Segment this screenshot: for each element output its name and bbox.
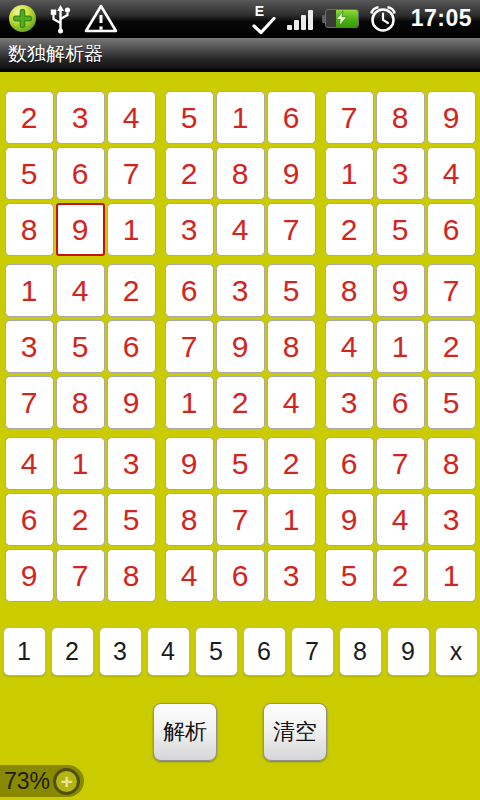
picker-key-3[interactable]: 3 — [99, 627, 142, 676]
sudoku-cell[interactable]: 4 — [267, 376, 316, 429]
edge-check-icon: E — [252, 4, 278, 34]
sudoku-box: 897412365 — [325, 264, 476, 429]
sudoku-box: 678943521 — [325, 437, 476, 602]
picker-key-1[interactable]: 1 — [3, 627, 46, 676]
sudoku-cell[interactable]: 4 — [325, 320, 374, 373]
sudoku-cell[interactable]: 8 — [56, 376, 105, 429]
sudoku-cell[interactable]: 4 — [56, 264, 105, 317]
warning-icon — [84, 4, 118, 34]
sudoku-box: 142356789 — [5, 264, 156, 429]
sudoku-box: 952871463 — [165, 437, 316, 602]
sudoku-cell[interactable]: 2 — [56, 493, 105, 546]
sudoku-cell[interactable]: 1 — [216, 91, 265, 144]
sudoku-cell[interactable]: 4 — [376, 493, 425, 546]
picker-key-6[interactable]: 6 — [243, 627, 286, 676]
sudoku-cell[interactable]: 4 — [216, 203, 265, 256]
sudoku-cell[interactable]: 6 — [427, 203, 476, 256]
sudoku-cell[interactable]: 6 — [5, 493, 54, 546]
sudoku-cell[interactable]: 3 — [5, 320, 54, 373]
sudoku-box: 635798124 — [165, 264, 316, 429]
sudoku-cell[interactable]: 2 — [427, 320, 476, 373]
sudoku-cell[interactable]: 7 — [376, 437, 425, 490]
sudoku-cell[interactable]: 9 — [107, 376, 156, 429]
sudoku-cell[interactable]: 6 — [107, 320, 156, 373]
status-bar-left — [8, 4, 118, 34]
sudoku-cell[interactable]: 1 — [267, 493, 316, 546]
sudoku-cell[interactable]: 9 — [216, 320, 265, 373]
sudoku-cell[interactable]: 1 — [165, 376, 214, 429]
picker-key-5[interactable]: 5 — [195, 627, 238, 676]
sudoku-cell[interactable]: 5 — [165, 91, 214, 144]
sudoku-cell[interactable]: 6 — [165, 264, 214, 317]
sudoku-cell[interactable]: 5 — [5, 147, 54, 200]
sudoku-cell[interactable]: 5 — [216, 437, 265, 490]
sudoku-cell[interactable]: 1 — [376, 320, 425, 373]
sudoku-cell[interactable]: 3 — [107, 437, 156, 490]
sudoku-cell[interactable]: 8 — [427, 437, 476, 490]
sudoku-cell[interactable]: 8 — [376, 91, 425, 144]
sudoku-board: 2345678915162893477891342561423567896357… — [5, 91, 476, 602]
sudoku-box: 413625978 — [5, 437, 156, 602]
sudoku-cell[interactable]: 4 — [107, 91, 156, 144]
sudoku-cell[interactable]: 2 — [325, 203, 374, 256]
sudoku-cell[interactable]: 6 — [267, 91, 316, 144]
sudoku-cell[interactable]: 7 — [56, 549, 105, 602]
sudoku-cell[interactable]: 1 — [5, 264, 54, 317]
number-picker: 123456789x — [0, 627, 480, 676]
sudoku-cell[interactable]: 3 — [56, 91, 105, 144]
sudoku-cell[interactable]: 5 — [267, 264, 316, 317]
sudoku-cell[interactable]: 2 — [216, 376, 265, 429]
sudoku-cell[interactable]: 8 — [216, 147, 265, 200]
sudoku-cell[interactable]: 4 — [165, 549, 214, 602]
sudoku-cell[interactable]: 1 — [427, 549, 476, 602]
zoom-in-icon[interactable]: + — [53, 768, 80, 795]
alarm-clock-icon — [368, 4, 398, 34]
sudoku-cell[interactable]: 7 — [165, 320, 214, 373]
sudoku-cell[interactable]: 6 — [216, 549, 265, 602]
sudoku-cell[interactable]: 8 — [5, 203, 54, 256]
sudoku-cell[interactable]: 1 — [56, 437, 105, 490]
360-security-icon — [8, 4, 37, 33]
picker-key-2[interactable]: 2 — [51, 627, 94, 676]
sudoku-cell[interactable]: 3 — [325, 376, 374, 429]
sudoku-cell[interactable]: 5 — [376, 203, 425, 256]
sudoku-cell[interactable]: 8 — [267, 320, 316, 373]
app-title: 数独解析器 — [8, 43, 103, 64]
sudoku-box: 789134256 — [325, 91, 476, 256]
status-bar-right: E — [252, 4, 472, 34]
sudoku-cell[interactable]: 2 — [165, 147, 214, 200]
sudoku-cell[interactable]: 9 — [165, 437, 214, 490]
sudoku-cell[interactable]: 2 — [376, 549, 425, 602]
sudoku-cell[interactable]: 6 — [56, 147, 105, 200]
picker-key-x[interactable]: x — [435, 627, 478, 676]
sudoku-cell[interactable]: 8 — [325, 264, 374, 317]
sudoku-cell[interactable]: 3 — [165, 203, 214, 256]
sudoku-cell[interactable]: 9 — [376, 264, 425, 317]
sudoku-cell[interactable]: 4 — [5, 437, 54, 490]
sudoku-cell[interactable]: 8 — [107, 549, 156, 602]
phone-screen: E — [0, 0, 480, 800]
sudoku-box: 234567891 — [5, 91, 156, 256]
sudoku-cell[interactable]: 2 — [267, 437, 316, 490]
sudoku-cell[interactable]: 2 — [5, 91, 54, 144]
picker-key-7[interactable]: 7 — [291, 627, 334, 676]
sudoku-cell[interactable]: 1 — [107, 203, 156, 256]
picker-key-9[interactable]: 9 — [387, 627, 430, 676]
clock-time: 17:05 — [411, 5, 472, 32]
sudoku-cell[interactable]: 3 — [376, 147, 425, 200]
sudoku-cell[interactable]: 8 — [165, 493, 214, 546]
sudoku-cell[interactable]: 3 — [427, 493, 476, 546]
sudoku-cell[interactable]: 1 — [325, 147, 374, 200]
sudoku-cell[interactable]: 3 — [216, 264, 265, 317]
sudoku-cell[interactable]: 7 — [427, 264, 476, 317]
sudoku-cell[interactable]: 5 — [107, 493, 156, 546]
sudoku-cell[interactable]: 6 — [376, 376, 425, 429]
picker-key-4[interactable]: 4 — [147, 627, 190, 676]
sudoku-cell[interactable]: 3 — [267, 549, 316, 602]
sudoku-cell[interactable]: 9 — [325, 493, 374, 546]
sudoku-cell[interactable]: 7 — [267, 203, 316, 256]
sudoku-cell[interactable]: 9 — [5, 549, 54, 602]
usb-icon — [49, 4, 72, 34]
zoom-indicator: 73% + — [0, 765, 84, 797]
sudoku-cell[interactable]: 5 — [325, 549, 374, 602]
sudoku-cell[interactable]: 4 — [427, 147, 476, 200]
sudoku-cell[interactable]: 9 — [267, 147, 316, 200]
solve-button[interactable]: 解析 — [153, 703, 217, 761]
sudoku-cell[interactable]: 2 — [107, 264, 156, 317]
picker-key-8[interactable]: 8 — [339, 627, 382, 676]
action-buttons: 解析 清空 — [0, 703, 480, 761]
zoom-level: 73% — [4, 768, 50, 795]
sudoku-cell-selected[interactable]: 9 — [56, 203, 105, 256]
sudoku-cell[interactable]: 6 — [325, 437, 374, 490]
sudoku-cell[interactable]: 7 — [5, 376, 54, 429]
sudoku-cell[interactable]: 5 — [427, 376, 476, 429]
title-bar: 数独解析器 — [0, 38, 480, 72]
sudoku-cell[interactable]: 5 — [56, 320, 105, 373]
status-bar: E — [0, 0, 480, 38]
battery-charging-icon — [322, 9, 359, 28]
signal-strength-icon — [287, 8, 313, 30]
clear-button[interactable]: 清空 — [263, 703, 327, 761]
sudoku-cell[interactable]: 7 — [325, 91, 374, 144]
sudoku-box: 516289347 — [165, 91, 316, 256]
sudoku-cell[interactable]: 9 — [427, 91, 476, 144]
sudoku-cell[interactable]: 7 — [107, 147, 156, 200]
sudoku-cell[interactable]: 7 — [216, 493, 265, 546]
